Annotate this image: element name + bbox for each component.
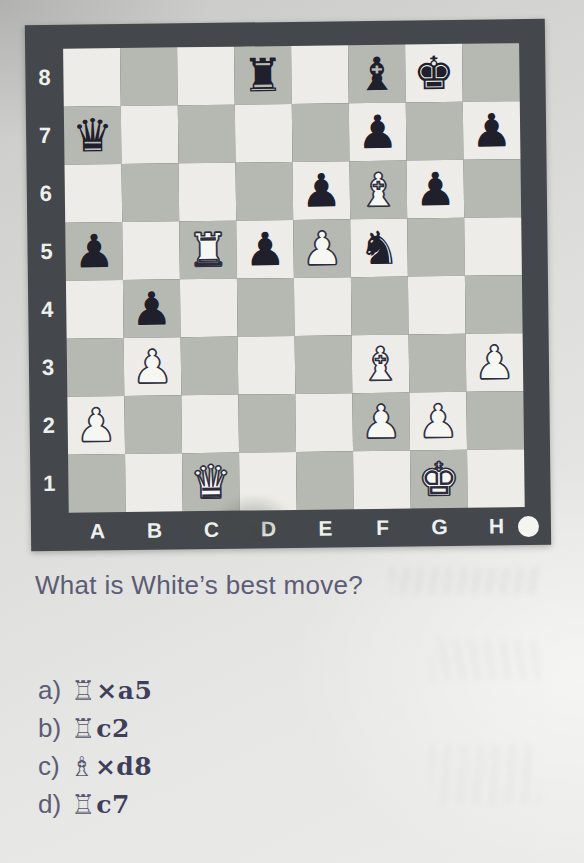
square-h3: ♟ — [466, 333, 524, 392]
square-f4 — [351, 277, 409, 336]
black-knight-f5: ♞ — [358, 219, 400, 277]
square-h1 — [467, 449, 525, 508]
black-pawn-e6: ♟ — [300, 161, 342, 219]
square-b1 — [125, 453, 183, 512]
square-h2 — [466, 391, 524, 450]
file-label-d: D — [240, 510, 297, 549]
square-h5 — [464, 217, 522, 276]
square-e3 — [295, 335, 353, 394]
white-pawn-g2: ♟ — [417, 392, 459, 450]
square-a5: ♟ — [65, 222, 123, 281]
square-h4 — [465, 275, 523, 334]
white-bishop-f6: ♝ — [357, 161, 399, 219]
white-rook-icon: ♖ — [71, 713, 95, 744]
option-d-move: c7 — [96, 790, 130, 819]
black-pawn-f7: ♟ — [357, 103, 399, 161]
black-bishop-f8: ♝ — [356, 45, 398, 103]
square-e6: ♟ — [292, 161, 350, 220]
rank-label-1: 1 — [30, 455, 69, 513]
white-rook-icon: ♖ — [71, 789, 95, 820]
square-b5 — [122, 221, 180, 280]
file-label-a: A — [69, 512, 126, 551]
file-label-c: C — [183, 511, 240, 550]
white-pawn-f2: ♟ — [360, 393, 402, 451]
square-a3 — [67, 338, 125, 397]
white-rook-c5: ♜ — [187, 221, 229, 279]
square-h8 — [462, 43, 520, 102]
rank-label-3: 3 — [29, 339, 68, 397]
square-f8: ♝ — [348, 45, 406, 104]
chess-board: 87654321 ♜♝♚♛♟♟♟♝♟♟♜♟♟♞♟♟♝♟♟♟♟♛♚ ABCDEFG… — [25, 19, 551, 551]
square-f6: ♝ — [349, 161, 407, 220]
file-label-h: H — [468, 507, 525, 546]
black-pawn-a5: ♟ — [73, 222, 115, 280]
square-g8: ♚ — [405, 44, 463, 103]
option-a-label: a) — [38, 675, 61, 706]
option-a-move: ×a5 — [96, 676, 152, 705]
square-d1 — [239, 452, 297, 511]
square-c7 — [178, 105, 236, 164]
white-pawn-e5: ♟ — [301, 219, 343, 277]
square-g7 — [406, 102, 464, 161]
black-pawn-d5: ♟ — [244, 220, 286, 278]
rank-label-6: 6 — [27, 165, 66, 223]
square-f3: ♝ — [352, 335, 410, 394]
square-c6 — [179, 163, 237, 222]
square-a4 — [66, 280, 124, 339]
option-c[interactable]: c) ♗ ×d8 — [38, 750, 152, 788]
square-f1 — [353, 451, 411, 510]
black-pawn-b4: ♟ — [131, 279, 173, 337]
square-e4 — [294, 277, 352, 336]
white-pawn-b3: ♟ — [132, 337, 174, 395]
white-king-g1: ♚ — [418, 450, 460, 508]
square-c1: ♛ — [182, 453, 240, 512]
square-a2: ♟ — [67, 396, 125, 455]
square-f2: ♟ — [352, 393, 410, 452]
file-label-g: G — [411, 508, 468, 547]
white-to-move-dot-icon — [518, 516, 539, 537]
square-g1: ♚ — [410, 450, 468, 509]
square-h7: ♟ — [463, 101, 521, 160]
square-b8 — [120, 47, 178, 106]
square-a6 — [65, 164, 123, 223]
square-e7 — [292, 103, 350, 162]
file-label-e: E — [297, 509, 354, 548]
board-squares: ♜♝♚♛♟♟♟♝♟♟♜♟♟♞♟♟♝♟♟♟♟♛♚ — [63, 43, 525, 513]
option-d[interactable]: d) ♖ c7 — [38, 788, 152, 826]
option-b[interactable]: b) ♖ c2 — [38, 712, 152, 750]
white-pawn-h3: ♟ — [473, 333, 515, 391]
square-b4: ♟ — [123, 279, 181, 338]
white-queen-c1: ♛ — [190, 453, 232, 511]
black-pawn-g6: ♟ — [414, 160, 456, 218]
showthrough-smudge — [430, 640, 540, 680]
square-d6 — [236, 162, 294, 221]
rank-label-2: 2 — [29, 397, 68, 455]
white-bishop-f3: ♝ — [359, 335, 401, 393]
option-b-label: b) — [38, 713, 61, 744]
option-b-move: c2 — [96, 714, 130, 743]
square-f5: ♞ — [350, 219, 408, 278]
square-d3 — [238, 336, 296, 395]
square-d5: ♟ — [236, 220, 294, 279]
square-g2: ♟ — [409, 392, 467, 451]
black-queen-a7: ♛ — [72, 106, 114, 164]
square-c3 — [181, 337, 239, 396]
square-e8 — [291, 45, 349, 104]
black-rook-d8: ♜ — [242, 46, 284, 104]
square-d4 — [237, 278, 295, 337]
square-c2 — [181, 395, 239, 454]
square-b6 — [122, 163, 180, 222]
rank-label-7: 7 — [26, 107, 65, 165]
white-pawn-a2: ♟ — [75, 396, 117, 454]
square-b3: ♟ — [124, 337, 182, 396]
square-f7: ♟ — [349, 103, 407, 162]
square-e5: ♟ — [293, 219, 351, 278]
square-e1 — [296, 451, 354, 510]
square-g3 — [409, 334, 467, 393]
black-king-g8: ♚ — [413, 44, 455, 102]
option-c-move: ×d8 — [95, 752, 152, 781]
square-e2 — [295, 393, 353, 452]
square-g5 — [407, 218, 465, 277]
white-rook-icon: ♖ — [71, 675, 95, 706]
option-d-label: d) — [38, 789, 61, 820]
square-c4 — [180, 279, 238, 338]
square-b2 — [124, 395, 182, 454]
square-d7 — [235, 104, 293, 163]
square-a1 — [68, 454, 126, 513]
square-g4 — [408, 276, 466, 335]
square-g6: ♟ — [406, 160, 464, 219]
file-label-f: F — [354, 509, 411, 548]
file-labels: ABCDEFGH — [69, 507, 525, 551]
rank-label-5: 5 — [27, 223, 66, 281]
option-c-label: c) — [38, 751, 60, 782]
black-pawn-h7: ♟ — [471, 101, 513, 159]
option-a[interactable]: a) ♖ ×a5 — [38, 674, 152, 712]
answer-options: a) ♖ ×a5 b) ♖ c2 c) ♗ ×d8 d) ♖ c7 — [38, 674, 152, 826]
rank-label-8: 8 — [25, 49, 64, 107]
square-d8: ♜ — [234, 46, 292, 105]
rank-labels: 87654321 — [25, 49, 69, 513]
rank-label-4: 4 — [28, 281, 67, 339]
file-label-b: B — [126, 511, 183, 550]
white-bishop-icon: ♗ — [70, 751, 94, 782]
square-d2 — [238, 394, 296, 453]
square-c5: ♜ — [179, 221, 237, 280]
square-a8 — [63, 48, 121, 107]
showthrough-smudge — [430, 745, 540, 805]
question-text: What is White’s best move? — [35, 570, 555, 601]
square-h6 — [463, 159, 521, 218]
square-c8 — [177, 47, 235, 106]
square-a7: ♛ — [64, 106, 122, 165]
square-b7 — [121, 105, 179, 164]
